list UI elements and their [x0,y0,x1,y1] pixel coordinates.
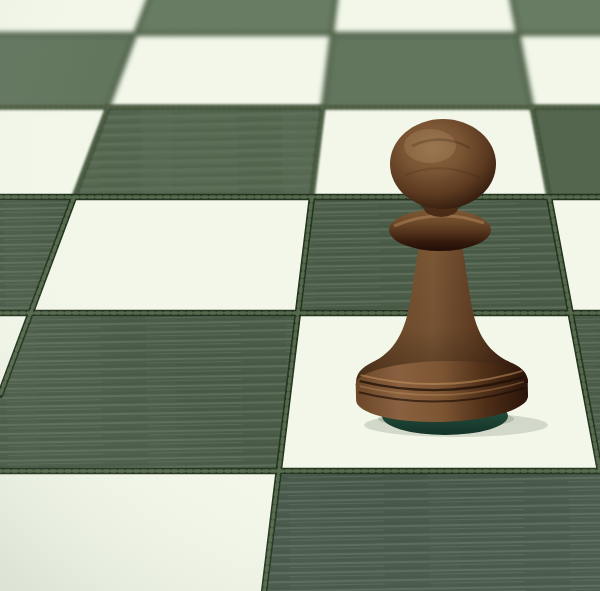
board-photo [0,0,600,591]
dark-square [135,0,337,34]
dark-square [323,34,532,107]
pawn-head-highlight [404,129,456,163]
chess-board [0,0,600,591]
dark-square-texture [74,107,323,197]
dark-square [510,0,600,34]
